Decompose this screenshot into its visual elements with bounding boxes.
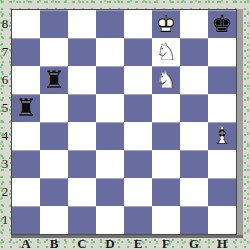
rank-label-8: 8 [0,10,10,38]
rank-label-6: 6 [0,66,10,94]
square-e1[interactable] [124,206,152,234]
square-g6[interactable] [180,66,208,94]
square-c3[interactable] [68,150,96,178]
square-f2[interactable] [152,178,180,206]
file-label-f: F [152,237,180,250]
square-h6[interactable] [208,66,236,94]
square-a7[interactable] [12,38,40,66]
square-h1[interactable] [208,206,236,234]
file-label-g: G [180,237,208,250]
square-h5[interactable] [208,94,236,122]
file-label-d: D [96,237,124,250]
square-h4[interactable]: ♝♗ [208,122,236,150]
file-label-e: E [124,237,152,250]
square-f3[interactable] [152,150,180,178]
piece-white-knight-f7[interactable]: ♞♘ [152,38,180,66]
square-g4[interactable] [180,122,208,150]
white-king-outline-glyph: ♔ [152,10,180,38]
square-h7[interactable] [208,38,236,66]
piece-black-king-h8[interactable]: ♚ [208,10,236,38]
square-d6[interactable] [96,66,124,94]
square-b7[interactable] [40,38,68,66]
rank-label-1: 1 [0,206,10,234]
black-rook-glyph: ♜ [40,66,68,94]
square-d3[interactable] [96,150,124,178]
square-g2[interactable] [180,178,208,206]
square-d1[interactable] [96,206,124,234]
black-rook-glyph: ♜ [12,94,40,122]
square-a3[interactable] [12,150,40,178]
square-e8[interactable] [124,10,152,38]
rank-label-3: 3 [0,150,10,178]
square-d2[interactable] [96,178,124,206]
square-g7[interactable] [180,38,208,66]
file-label-c: C [68,237,96,250]
square-b6[interactable]: ♜ [40,66,68,94]
square-e6[interactable] [124,66,152,94]
white-bishop-outline-glyph: ♗ [208,122,236,150]
square-c7[interactable] [68,38,96,66]
white-knight-outline-glyph: ♘ [152,38,180,66]
black-king-glyph: ♚ [208,10,236,38]
square-a6[interactable] [12,66,40,94]
square-h2[interactable] [208,178,236,206]
rank-label-2: 2 [0,178,10,206]
chess-board-frame: ♚♔♚♞♘♜♞♘♜♝♗ [11,9,237,235]
square-d5[interactable] [96,94,124,122]
square-d4[interactable] [96,122,124,150]
square-f8[interactable]: ♚♔ [152,10,180,38]
square-e3[interactable] [124,150,152,178]
square-e5[interactable] [124,94,152,122]
file-label-a: A [12,237,40,250]
square-f7[interactable]: ♞♘ [152,38,180,66]
square-e4[interactable] [124,122,152,150]
file-label-b: B [40,237,68,250]
square-c8[interactable] [68,10,96,38]
square-g1[interactable] [180,206,208,234]
square-e7[interactable] [124,38,152,66]
square-a5[interactable]: ♜ [12,94,40,122]
board-shadow-right [237,9,243,238]
square-c1[interactable] [68,206,96,234]
square-f4[interactable] [152,122,180,150]
chess-diagram: ♚♔♚♞♘♜♞♘♜♝♗ 87654321 ABCDEFGH [0,0,250,250]
piece-white-knight-f6[interactable]: ♞♘ [152,66,180,94]
rank-label-4: 4 [0,122,10,150]
square-d7[interactable] [96,38,124,66]
piece-black-rook-b6[interactable]: ♜ [40,66,68,94]
square-h8[interactable]: ♚ [208,10,236,38]
square-f6[interactable]: ♞♘ [152,66,180,94]
piece-white-bishop-h4[interactable]: ♝♗ [208,122,236,150]
square-b2[interactable] [40,178,68,206]
square-a1[interactable] [12,206,40,234]
square-c5[interactable] [68,94,96,122]
white-knight-outline-glyph: ♘ [152,66,180,94]
square-g3[interactable] [180,150,208,178]
chess-board: ♚♔♚♞♘♜♞♘♜♝♗ [12,10,236,234]
square-c4[interactable] [68,122,96,150]
square-a4[interactable] [12,122,40,150]
square-f1[interactable] [152,206,180,234]
rank-label-7: 7 [0,38,10,66]
square-a8[interactable] [12,10,40,38]
square-b8[interactable] [40,10,68,38]
file-label-h: H [208,237,236,250]
square-b3[interactable] [40,150,68,178]
piece-white-king-f8[interactable]: ♚♔ [152,10,180,38]
square-b1[interactable] [40,206,68,234]
square-c2[interactable] [68,178,96,206]
square-h3[interactable] [208,150,236,178]
square-g8[interactable] [180,10,208,38]
square-c6[interactable] [68,66,96,94]
piece-black-rook-a5[interactable]: ♜ [12,94,40,122]
square-b5[interactable] [40,94,68,122]
square-a2[interactable] [12,178,40,206]
square-f5[interactable] [152,94,180,122]
square-e2[interactable] [124,178,152,206]
square-g5[interactable] [180,94,208,122]
rank-label-5: 5 [0,94,10,122]
square-b4[interactable] [40,122,68,150]
square-d8[interactable] [96,10,124,38]
